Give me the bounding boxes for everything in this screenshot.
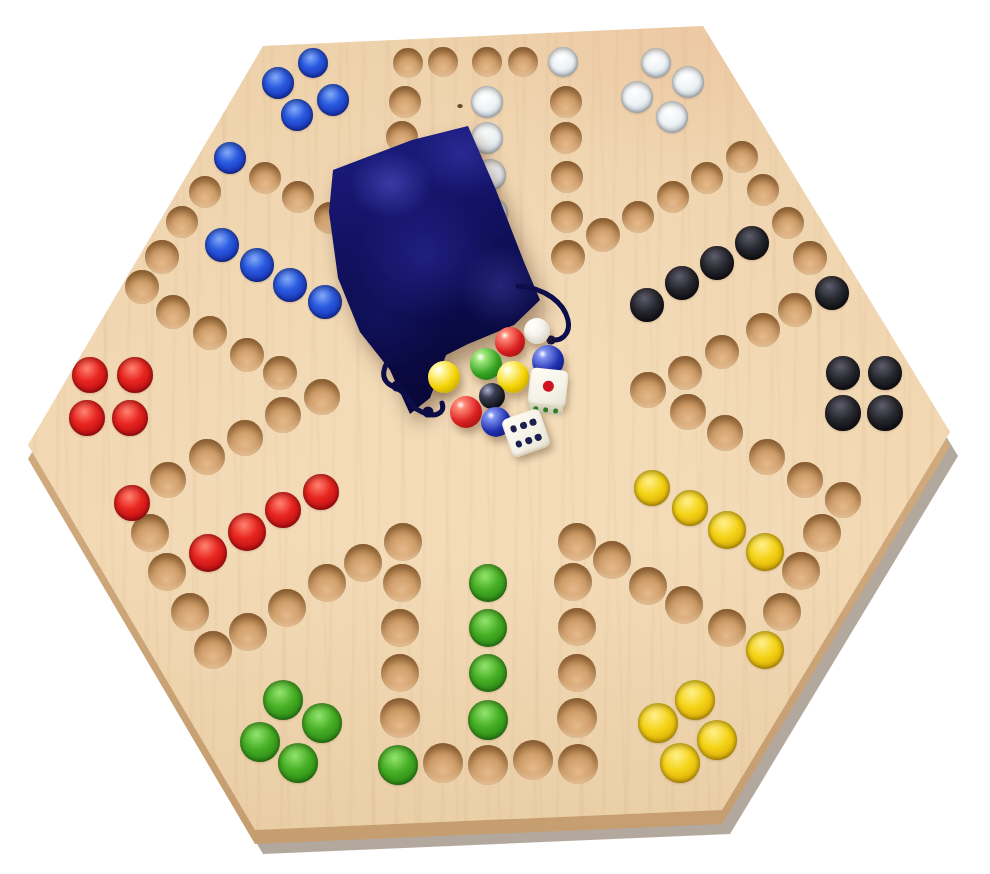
marble-red [450, 396, 482, 428]
die-pip [519, 421, 528, 430]
marble-black [479, 383, 505, 409]
dice-bag-wrap [0, 0, 990, 874]
die-pip [515, 440, 524, 449]
die-face-1 [527, 367, 569, 409]
die-pip [524, 437, 533, 446]
die-pip [509, 425, 518, 434]
photo-stage [0, 0, 990, 874]
marble-yellow [428, 361, 460, 393]
die-pip [542, 381, 554, 393]
die-side-pip [543, 407, 548, 412]
marble-red [495, 327, 525, 357]
marble-white [524, 318, 550, 344]
die-side-pip [552, 408, 557, 413]
die-pip [529, 418, 538, 427]
die-pip [534, 433, 543, 442]
